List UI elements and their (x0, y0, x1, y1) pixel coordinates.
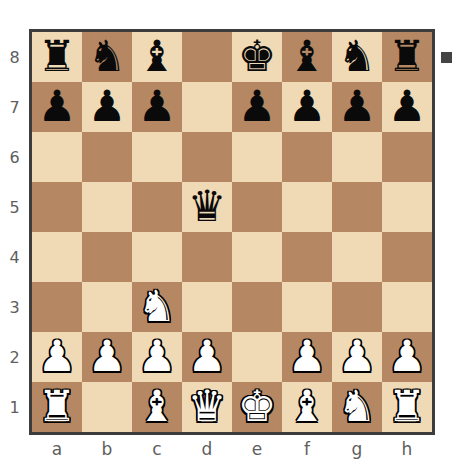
piece-black-pawn[interactable]: ♟ (338, 85, 377, 128)
square-f8[interactable]: ♝ (282, 32, 332, 82)
piece-white-rook[interactable]: ♜ (38, 385, 77, 428)
rank-label-4: 4 (0, 232, 29, 282)
square-h7[interactable]: ♟ (382, 82, 432, 132)
square-d3[interactable] (182, 282, 232, 332)
square-b4[interactable] (82, 232, 132, 282)
square-a8[interactable]: ♜ (32, 32, 82, 82)
square-e1[interactable]: ♚ (232, 382, 282, 432)
square-f2[interactable]: ♟ (282, 332, 332, 382)
square-d2[interactable]: ♟ (182, 332, 232, 382)
square-e5[interactable] (232, 182, 282, 232)
file-label-h: h (382, 435, 432, 462)
chess-app: 87654321 ♜♞♝♚♝♞♜♟♟♟♟♟♟♟♛♞♟♟♟♟♟♟♟♜♝♛♚♝♞♜ … (0, 0, 464, 464)
square-f1[interactable]: ♝ (282, 382, 332, 432)
square-e2[interactable] (232, 332, 282, 382)
square-d5[interactable]: ♛ (182, 182, 232, 232)
piece-black-king[interactable]: ♚ (238, 35, 277, 78)
square-c2[interactable]: ♟ (132, 332, 182, 382)
piece-white-knight[interactable]: ♞ (338, 385, 377, 428)
rank-label-7: 7 (0, 82, 29, 132)
piece-white-pawn[interactable]: ♟ (138, 335, 177, 378)
piece-black-pawn[interactable]: ♟ (288, 85, 327, 128)
piece-white-pawn[interactable]: ♟ (388, 335, 427, 378)
square-c1[interactable]: ♝ (132, 382, 182, 432)
rank-label-1: 1 (0, 382, 29, 432)
square-f5[interactable] (282, 182, 332, 232)
square-g7[interactable]: ♟ (332, 82, 382, 132)
rank-label-6: 6 (0, 132, 29, 182)
square-h1[interactable]: ♜ (382, 382, 432, 432)
square-e8[interactable]: ♚ (232, 32, 282, 82)
square-g2[interactable]: ♟ (332, 332, 382, 382)
square-c6[interactable] (132, 132, 182, 182)
square-f7[interactable]: ♟ (282, 82, 332, 132)
square-f6[interactable] (282, 132, 332, 182)
piece-white-pawn[interactable]: ♟ (88, 335, 127, 378)
square-d8[interactable] (182, 32, 232, 82)
rank-labels: 87654321 (0, 32, 29, 432)
piece-black-pawn[interactable]: ♟ (138, 85, 177, 128)
square-e7[interactable]: ♟ (232, 82, 282, 132)
piece-black-rook[interactable]: ♜ (388, 35, 427, 78)
rank-label-5: 5 (0, 182, 29, 232)
square-h4[interactable] (382, 232, 432, 282)
square-c4[interactable] (132, 232, 182, 282)
square-a6[interactable] (32, 132, 82, 182)
file-label-c: c (132, 435, 182, 462)
square-d1[interactable]: ♛ (182, 382, 232, 432)
file-label-e: e (232, 435, 282, 462)
square-a2[interactable]: ♟ (32, 332, 82, 382)
square-a4[interactable] (32, 232, 82, 282)
square-g3[interactable] (332, 282, 382, 332)
piece-black-queen[interactable]: ♛ (188, 185, 227, 228)
piece-white-pawn[interactable]: ♟ (188, 335, 227, 378)
square-b2[interactable]: ♟ (82, 332, 132, 382)
piece-black-knight[interactable]: ♞ (338, 35, 377, 78)
square-f3[interactable] (282, 282, 332, 332)
file-label-b: b (82, 435, 132, 462)
board-frame: ♜♞♝♚♝♞♜♟♟♟♟♟♟♟♛♞♟♟♟♟♟♟♟♜♝♛♚♝♞♜ (29, 29, 435, 435)
board: ♜♞♝♚♝♞♜♟♟♟♟♟♟♟♛♞♟♟♟♟♟♟♟♜♝♛♚♝♞♜ (32, 32, 432, 432)
piece-black-pawn[interactable]: ♟ (238, 85, 277, 128)
rank-label-8: 8 (0, 32, 29, 82)
square-h8[interactable]: ♜ (382, 32, 432, 82)
square-f4[interactable] (282, 232, 332, 282)
square-c8[interactable]: ♝ (132, 32, 182, 82)
piece-black-pawn[interactable]: ♟ (38, 85, 77, 128)
square-d4[interactable] (182, 232, 232, 282)
file-labels: abcdefgh (32, 435, 432, 462)
square-h2[interactable]: ♟ (382, 332, 432, 382)
square-g5[interactable] (332, 182, 382, 232)
file-label-g: g (332, 435, 382, 462)
square-e6[interactable] (232, 132, 282, 182)
piece-white-rook[interactable]: ♜ (388, 385, 427, 428)
square-d6[interactable] (182, 132, 232, 182)
square-b6[interactable] (82, 132, 132, 182)
square-a1[interactable]: ♜ (32, 382, 82, 432)
piece-black-pawn[interactable]: ♟ (88, 85, 127, 128)
square-g4[interactable] (332, 232, 382, 282)
square-g1[interactable]: ♞ (332, 382, 382, 432)
square-h6[interactable] (382, 132, 432, 182)
square-c3[interactable]: ♞ (132, 282, 182, 332)
square-b1[interactable] (82, 382, 132, 432)
square-c5[interactable] (132, 182, 182, 232)
piece-white-pawn[interactable]: ♟ (38, 335, 77, 378)
square-g6[interactable] (332, 132, 382, 182)
piece-white-bishop[interactable]: ♝ (138, 385, 177, 428)
square-a3[interactable] (32, 282, 82, 332)
square-b3[interactable] (82, 282, 132, 332)
rank-label-3: 3 (0, 282, 29, 332)
file-label-f: f (282, 435, 332, 462)
square-b5[interactable] (82, 182, 132, 232)
piece-white-pawn[interactable]: ♟ (288, 335, 327, 378)
file-label-d: d (182, 435, 232, 462)
piece-black-pawn[interactable]: ♟ (388, 85, 427, 128)
piece-black-bishop[interactable]: ♝ (288, 35, 327, 78)
square-d7[interactable] (182, 82, 232, 132)
rank-label-2: 2 (0, 332, 29, 382)
square-c7[interactable]: ♟ (132, 82, 182, 132)
square-b8[interactable]: ♞ (82, 32, 132, 82)
piece-black-rook[interactable]: ♜ (38, 35, 77, 78)
square-a5[interactable] (32, 182, 82, 232)
piece-white-queen[interactable]: ♛ (188, 385, 227, 428)
piece-black-bishop[interactable]: ♝ (138, 35, 177, 78)
square-e3[interactable] (232, 282, 282, 332)
piece-white-king[interactable]: ♚ (238, 385, 277, 428)
piece-white-pawn[interactable]: ♟ (338, 335, 377, 378)
square-e4[interactable] (232, 232, 282, 282)
black-to-move-indicator (441, 52, 452, 63)
piece-white-bishop[interactable]: ♝ (288, 385, 327, 428)
piece-black-knight[interactable]: ♞ (88, 35, 127, 78)
square-b7[interactable]: ♟ (82, 82, 132, 132)
square-h3[interactable] (382, 282, 432, 332)
file-label-a: a (32, 435, 82, 462)
square-a7[interactable]: ♟ (32, 82, 82, 132)
piece-white-knight[interactable]: ♞ (138, 285, 177, 328)
square-h5[interactable] (382, 182, 432, 232)
square-g8[interactable]: ♞ (332, 32, 382, 82)
